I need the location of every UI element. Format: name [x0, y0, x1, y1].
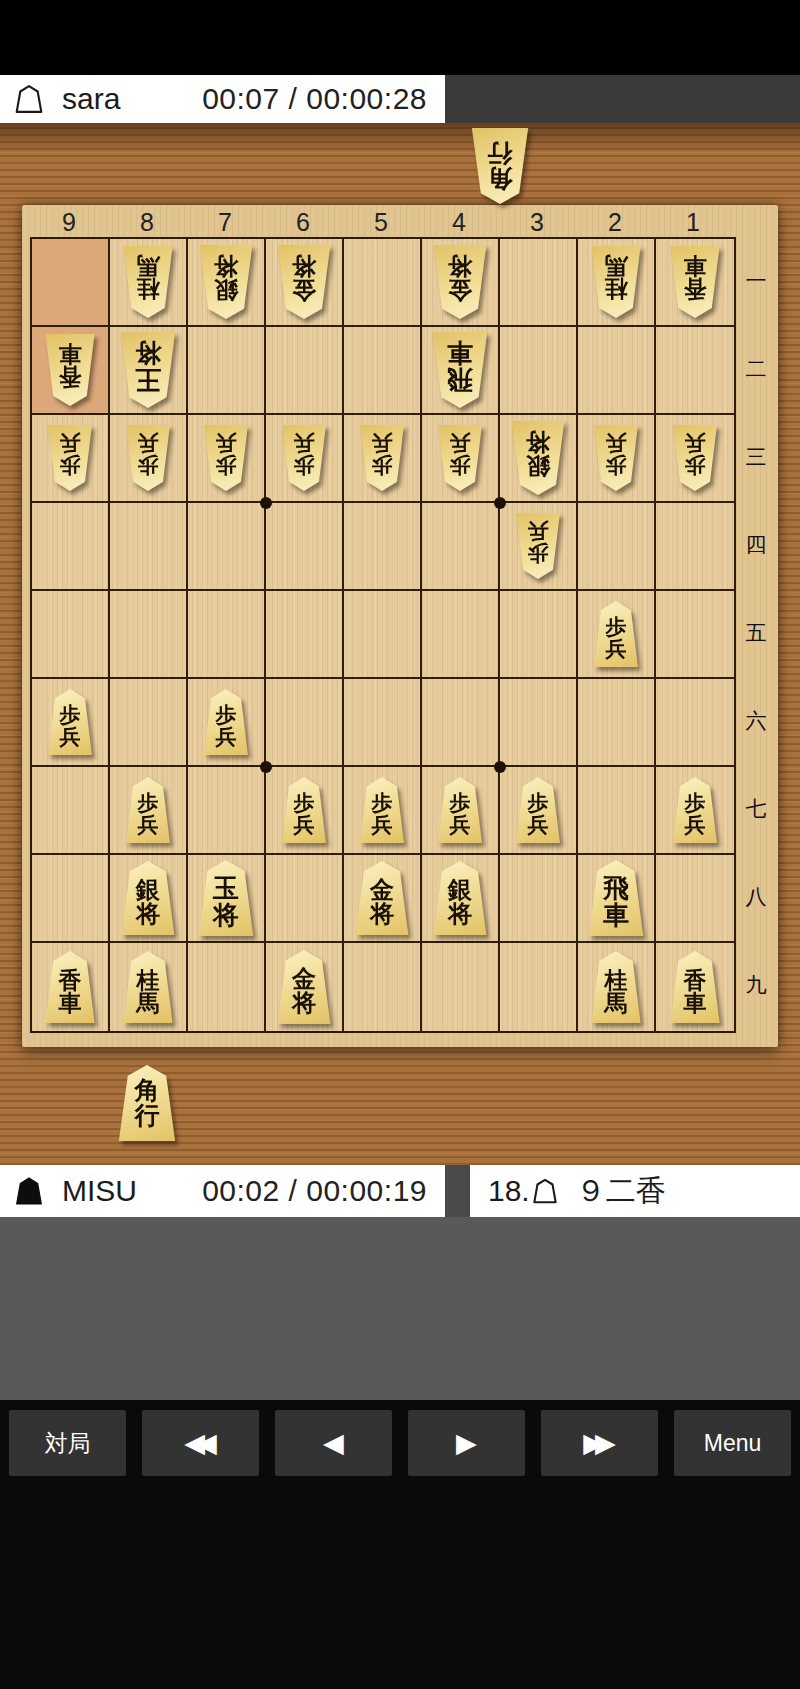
piece-sente-歩兵[interactable]: 歩兵 — [279, 777, 329, 843]
square-2六[interactable] — [578, 679, 656, 767]
square-5四[interactable] — [344, 503, 422, 591]
piece-sente-香車[interactable]: 香車 — [42, 951, 98, 1023]
piece-sente-香車[interactable]: 香車 — [667, 951, 723, 1023]
file-label-7: 7 — [186, 207, 264, 237]
piece-gote-金将[interactable]: 金将 — [274, 245, 334, 319]
rank-label-二: 二 — [736, 325, 776, 413]
square-3五[interactable] — [500, 591, 578, 679]
square-6五[interactable] — [266, 591, 344, 679]
board-grid: 桂馬銀将金将金将桂馬香車香車王将飛車歩兵歩兵歩兵歩兵歩兵歩兵銀将歩兵歩兵歩兵歩兵… — [30, 237, 736, 1033]
square-5三[interactable]: 歩兵 — [344, 415, 422, 503]
piece-gote-歩兵[interactable]: 歩兵 — [513, 513, 563, 579]
rank-label-四: 四 — [736, 501, 776, 589]
sente-hand-piece[interactable]: 角行 — [115, 1065, 179, 1141]
square-6六[interactable] — [266, 679, 344, 767]
piece-sente-金将[interactable]: 金将 — [352, 861, 412, 935]
square-1九[interactable]: 香車 — [656, 943, 734, 1031]
square-4一[interactable]: 金将 — [422, 239, 500, 327]
file-label-3: 3 — [498, 207, 576, 237]
square-5七[interactable]: 歩兵 — [344, 767, 422, 855]
rank-label-六: 六 — [736, 677, 776, 765]
file-labels: 987654321 — [30, 207, 736, 237]
bottom-player-name: MISU — [62, 1174, 137, 1208]
square-3九[interactable] — [500, 943, 578, 1031]
step-forward-button[interactable]: ▶ — [408, 1410, 525, 1476]
square-1三[interactable]: 歩兵 — [656, 415, 734, 503]
square-5五[interactable] — [344, 591, 422, 679]
piece-sente-歩兵[interactable]: 歩兵 — [357, 777, 407, 843]
piece-sente-桂馬[interactable]: 桂馬 — [120, 951, 176, 1023]
piece-gote-飛車[interactable]: 飛車 — [429, 332, 491, 408]
file-label-4: 4 — [420, 207, 498, 237]
piece-gote-歩兵[interactable]: 歩兵 — [279, 425, 329, 491]
square-2三[interactable]: 歩兵 — [578, 415, 656, 503]
rank-label-九: 九 — [736, 941, 776, 1029]
fast-forward-button[interactable]: ▶▶ — [541, 1410, 658, 1476]
square-8六[interactable] — [110, 679, 188, 767]
square-7七[interactable] — [188, 767, 266, 855]
piece-sente-歩兵[interactable]: 歩兵 — [670, 777, 720, 843]
rank-label-五: 五 — [736, 589, 776, 677]
piece-sente-銀将[interactable]: 銀将 — [118, 861, 178, 935]
square-5一[interactable] — [344, 239, 422, 327]
square-1一[interactable]: 香車 — [656, 239, 734, 327]
step-forward-button-icon: ▶ — [456, 1430, 477, 1457]
shogi-board: 987654321 桂馬銀将金将金将桂馬香車香車王将飛車歩兵歩兵歩兵歩兵歩兵歩兵… — [22, 205, 778, 1047]
square-5二[interactable] — [344, 327, 422, 415]
square-7五[interactable] — [188, 591, 266, 679]
square-6二[interactable] — [266, 327, 344, 415]
piece-gote-桂馬[interactable]: 桂馬 — [120, 246, 176, 318]
control-area: 対局◀◀◀▶▶▶Menu — [0, 1400, 800, 1689]
square-9九[interactable]: 香車 — [32, 943, 110, 1031]
piece-gote-歩兵[interactable]: 歩兵 — [201, 425, 251, 491]
black-piece-icon — [14, 1176, 44, 1206]
top-player-name: sara — [62, 82, 120, 116]
square-4七[interactable]: 歩兵 — [422, 767, 500, 855]
top-player-bar: sara 00:07 / 00:00:28 — [0, 75, 800, 123]
menu-button[interactable]: Menu — [674, 1410, 791, 1476]
gote-hand-piece[interactable]: 角行 — [468, 128, 532, 204]
step-back-button[interactable]: ◀ — [275, 1410, 392, 1476]
square-4九[interactable] — [422, 943, 500, 1031]
square-2一[interactable]: 桂馬 — [578, 239, 656, 327]
square-3四[interactable]: 歩兵 — [500, 503, 578, 591]
info-panel-empty — [0, 1217, 800, 1400]
square-5八[interactable]: 金将 — [344, 855, 422, 943]
piece-gote-歩兵[interactable]: 歩兵 — [591, 425, 641, 491]
piece-gote-歩兵[interactable]: 歩兵 — [670, 425, 720, 491]
piece-gote-歩兵[interactable]: 歩兵 — [357, 425, 407, 491]
square-9五[interactable] — [32, 591, 110, 679]
square-9七[interactable] — [32, 767, 110, 855]
piece-sente-歩兵[interactable]: 歩兵 — [435, 777, 485, 843]
piece-gote-香車[interactable]: 香車 — [667, 246, 723, 318]
rank-label-八: 八 — [736, 853, 776, 941]
square-3八[interactable] — [500, 855, 578, 943]
square-3三[interactable]: 銀将 — [500, 415, 578, 503]
square-8四[interactable] — [110, 503, 188, 591]
square-3一[interactable] — [500, 239, 578, 327]
bottom-player-info: MISU 00:02 / 00:00:19 — [0, 1165, 445, 1217]
square-4五[interactable] — [422, 591, 500, 679]
last-move-display: 18. ９二香 — [470, 1165, 800, 1217]
piece-gote-王将[interactable]: 王将 — [117, 332, 179, 408]
piece-sente-金将[interactable]: 金将 — [274, 950, 334, 1024]
piece-sente-歩兵[interactable]: 歩兵 — [591, 601, 641, 667]
piece-gote-香車[interactable]: 香車 — [42, 334, 98, 406]
square-4二[interactable]: 飛車 — [422, 327, 500, 415]
square-8二[interactable]: 王将 — [110, 327, 188, 415]
square-6八[interactable] — [266, 855, 344, 943]
square-2九[interactable]: 桂馬 — [578, 943, 656, 1031]
square-1二[interactable] — [656, 327, 734, 415]
bar-divider — [445, 1165, 470, 1217]
square-4三[interactable]: 歩兵 — [422, 415, 500, 503]
square-4八[interactable]: 銀将 — [422, 855, 500, 943]
star-point — [260, 497, 272, 509]
sente-captured-tray: 角行 — [0, 1047, 800, 1165]
rank-label-七: 七 — [736, 765, 776, 853]
file-label-9: 9 — [30, 207, 108, 237]
square-6七[interactable]: 歩兵 — [266, 767, 344, 855]
toolbar: 対局◀◀◀▶▶▶Menu — [0, 1400, 800, 1486]
square-5六[interactable] — [344, 679, 422, 767]
bottom-player-clock: 00:02 / 00:00:19 — [202, 1174, 427, 1208]
move-number: 18. — [488, 1174, 530, 1208]
square-7一[interactable]: 銀将 — [188, 239, 266, 327]
move-notation: ９二香 — [576, 1171, 666, 1212]
square-4四[interactable] — [422, 503, 500, 591]
piece-gote-角行[interactable]: 角行 — [468, 128, 532, 204]
piece-sente-歩兵[interactable]: 歩兵 — [513, 777, 563, 843]
piece-gote-銀将[interactable]: 銀将 — [508, 421, 568, 495]
square-7八[interactable]: 玉将 — [188, 855, 266, 943]
white-piece-icon — [532, 1178, 558, 1204]
star-point — [494, 761, 506, 773]
square-8八[interactable]: 銀将 — [110, 855, 188, 943]
square-7四[interactable] — [188, 503, 266, 591]
file-label-8: 8 — [108, 207, 186, 237]
square-2四[interactable] — [578, 503, 656, 591]
square-8九[interactable]: 桂馬 — [110, 943, 188, 1031]
piece-gote-歩兵[interactable]: 歩兵 — [45, 425, 95, 491]
square-2二[interactable] — [578, 327, 656, 415]
rank-label-三: 三 — [736, 413, 776, 501]
square-9六[interactable]: 歩兵 — [32, 679, 110, 767]
file-label-1: 1 — [654, 207, 732, 237]
file-label-2: 2 — [576, 207, 654, 237]
square-1五[interactable] — [656, 591, 734, 679]
square-3二[interactable] — [500, 327, 578, 415]
bottom-bars: MISU 00:02 / 00:00:19 18. ９二香 — [0, 1165, 800, 1217]
square-7二[interactable] — [188, 327, 266, 415]
status-bar-black — [0, 0, 800, 75]
square-9三[interactable]: 歩兵 — [32, 415, 110, 503]
piece-sente-玉将[interactable]: 玉将 — [195, 860, 257, 936]
file-label-6: 6 — [264, 207, 342, 237]
rank-label-一: 一 — [736, 237, 776, 325]
square-5九[interactable] — [344, 943, 422, 1031]
top-player-clock: 00:07 / 00:00:28 — [202, 82, 427, 116]
square-2八[interactable]: 飛車 — [578, 855, 656, 943]
piece-sente-銀将[interactable]: 銀将 — [430, 861, 490, 935]
piece-gote-金将[interactable]: 金将 — [430, 245, 490, 319]
square-9一[interactable] — [32, 239, 110, 327]
table-area: 角行 987654321 桂馬銀将金将金将桂馬香車香車王将飛車歩兵歩兵歩兵歩兵歩… — [0, 123, 800, 1165]
square-3七[interactable]: 歩兵 — [500, 767, 578, 855]
start-game-button[interactable]: 対局 — [9, 1410, 126, 1476]
piece-gote-歩兵[interactable]: 歩兵 — [123, 425, 173, 491]
piece-sente-桂馬[interactable]: 桂馬 — [588, 951, 644, 1023]
fast-rewind-button-icon: ◀◀ — [184, 1430, 208, 1457]
piece-sente-角行[interactable]: 角行 — [115, 1065, 179, 1141]
square-7九[interactable] — [188, 943, 266, 1031]
piece-gote-歩兵[interactable]: 歩兵 — [435, 425, 485, 491]
piece-gote-桂馬[interactable]: 桂馬 — [588, 246, 644, 318]
square-7六[interactable]: 歩兵 — [188, 679, 266, 767]
fast-rewind-button[interactable]: ◀◀ — [142, 1410, 259, 1476]
star-point — [494, 497, 506, 509]
rank-labels: 一二三四五六七八九 — [736, 237, 776, 1033]
piece-sente-歩兵[interactable]: 歩兵 — [201, 689, 251, 755]
square-7三[interactable]: 歩兵 — [188, 415, 266, 503]
square-6三[interactable]: 歩兵 — [266, 415, 344, 503]
piece-sente-歩兵[interactable]: 歩兵 — [45, 689, 95, 755]
square-6九[interactable]: 金将 — [266, 943, 344, 1031]
square-8七[interactable]: 歩兵 — [110, 767, 188, 855]
gote-captured-tray: 角行 — [0, 123, 800, 205]
square-1四[interactable] — [656, 503, 734, 591]
white-piece-icon — [14, 84, 44, 114]
square-8三[interactable]: 歩兵 — [110, 415, 188, 503]
piece-sente-飛車[interactable]: 飛車 — [585, 860, 647, 936]
square-9八[interactable] — [32, 855, 110, 943]
square-4六[interactable] — [422, 679, 500, 767]
square-1七[interactable]: 歩兵 — [656, 767, 734, 855]
step-back-button-icon: ◀ — [323, 1430, 344, 1457]
piece-sente-歩兵[interactable]: 歩兵 — [123, 777, 173, 843]
top-player-info: sara 00:07 / 00:00:28 — [0, 75, 445, 123]
square-9四[interactable] — [32, 503, 110, 591]
square-2七[interactable] — [578, 767, 656, 855]
square-6一[interactable]: 金将 — [266, 239, 344, 327]
square-8一[interactable]: 桂馬 — [110, 239, 188, 327]
file-label-5: 5 — [342, 207, 420, 237]
star-point — [260, 761, 272, 773]
square-2五[interactable]: 歩兵 — [578, 591, 656, 679]
square-9二[interactable]: 香車 — [32, 327, 110, 415]
top-bar-filler — [445, 75, 800, 123]
fast-forward-button-icon: ▶▶ — [583, 1430, 607, 1457]
square-3六[interactable] — [500, 679, 578, 767]
square-1六[interactable] — [656, 679, 734, 767]
square-6四[interactable] — [266, 503, 344, 591]
square-1八[interactable] — [656, 855, 734, 943]
piece-gote-銀将[interactable]: 銀将 — [196, 245, 256, 319]
square-8五[interactable] — [110, 591, 188, 679]
